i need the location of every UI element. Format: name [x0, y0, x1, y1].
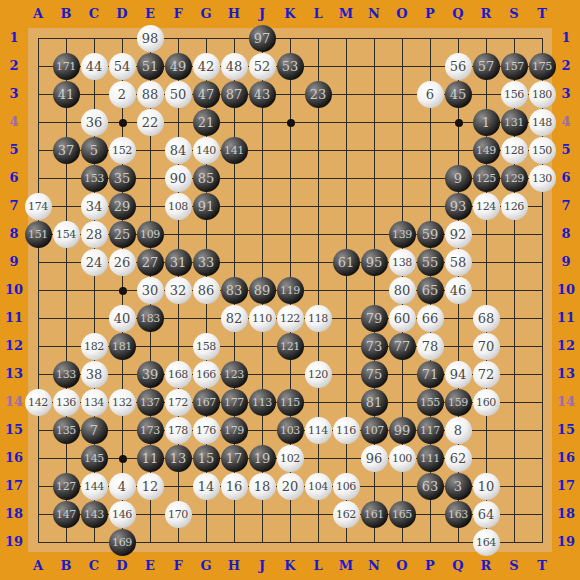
go-game-diagram: AABBCCDDEEFFGGHHJJKKLLMMNNOOPPQQRRSSTT11…	[0, 0, 580, 580]
move-number: 181	[112, 340, 132, 353]
row-label: 4	[2, 114, 26, 130]
move-number: 58	[450, 255, 467, 270]
row-label: 9	[554, 254, 578, 270]
white-stone: 62	[445, 445, 472, 472]
black-stone: 79	[361, 305, 388, 332]
white-stone: 60	[389, 305, 416, 332]
black-stone: 115	[277, 389, 304, 416]
row-label: 17	[554, 478, 578, 494]
move-number: 13	[170, 451, 187, 466]
black-stone: 169	[109, 529, 136, 556]
column-label: N	[362, 558, 386, 574]
move-number: 166	[196, 368, 216, 381]
move-number: 63	[422, 479, 439, 494]
black-stone: 125	[473, 165, 500, 192]
black-stone: 51	[137, 53, 164, 80]
row-label: 8	[554, 226, 578, 242]
black-stone: 167	[193, 389, 220, 416]
black-stone: 33	[193, 249, 220, 276]
move-number: 82	[226, 311, 243, 326]
move-number: 97	[254, 31, 271, 46]
move-number: 65	[422, 283, 439, 298]
move-number: 118	[308, 312, 328, 325]
column-label: A	[26, 558, 50, 574]
move-number: 131	[504, 116, 524, 129]
move-number: 159	[448, 396, 468, 409]
black-stone: 35	[109, 165, 136, 192]
row-label: 15	[554, 422, 578, 438]
row-label: 1	[554, 30, 578, 46]
white-stone: 162	[333, 501, 360, 528]
column-label: D	[110, 6, 134, 22]
move-number: 15	[198, 451, 215, 466]
black-stone: 43	[249, 81, 276, 108]
black-stone: 99	[389, 417, 416, 444]
move-number: 16	[226, 479, 243, 494]
white-stone: 138	[389, 249, 416, 276]
move-number: 114	[308, 424, 328, 437]
row-label: 2	[2, 58, 26, 74]
white-stone: 82	[221, 305, 248, 332]
move-number: 26	[114, 255, 131, 270]
white-stone: 26	[109, 249, 136, 276]
grid-line-vertical	[318, 38, 319, 543]
white-stone: 70	[473, 333, 500, 360]
row-label: 10	[554, 282, 578, 298]
black-stone: 61	[333, 249, 360, 276]
row-label: 11	[554, 310, 578, 326]
white-stone: 132	[109, 389, 136, 416]
move-number: 51	[142, 59, 159, 74]
black-stone: 181	[109, 333, 136, 360]
move-number: 156	[504, 88, 524, 101]
move-number: 122	[280, 312, 300, 325]
white-stone: 38	[81, 361, 108, 388]
black-stone: 71	[417, 361, 444, 388]
move-number: 87	[226, 87, 243, 102]
row-label: 18	[554, 506, 578, 522]
black-stone: 87	[221, 81, 248, 108]
move-number: 182	[84, 340, 104, 353]
move-number: 30	[142, 283, 159, 298]
move-number: 75	[366, 367, 383, 382]
move-number: 164	[476, 536, 496, 549]
move-number: 3	[454, 479, 462, 494]
black-stone: 7	[81, 417, 108, 444]
move-number: 179	[224, 424, 244, 437]
white-stone: 16	[221, 473, 248, 500]
white-stone: 88	[137, 81, 164, 108]
black-stone: 81	[361, 389, 388, 416]
move-number: 79	[366, 311, 383, 326]
white-stone: 80	[389, 277, 416, 304]
white-stone: 64	[473, 501, 500, 528]
white-stone: 100	[389, 445, 416, 472]
column-label: J	[250, 6, 274, 22]
move-number: 47	[198, 87, 215, 102]
move-number: 46	[450, 283, 467, 298]
move-number: 64	[478, 507, 495, 522]
move-number: 153	[84, 172, 104, 185]
move-number: 77	[394, 339, 411, 354]
move-number: 38	[86, 367, 103, 382]
move-number: 28	[86, 227, 103, 242]
move-number: 7	[90, 423, 98, 438]
move-number: 23	[310, 87, 327, 102]
black-stone: 97	[249, 25, 276, 52]
row-label: 19	[2, 534, 26, 550]
move-number: 108	[168, 200, 188, 213]
move-number: 126	[504, 200, 524, 213]
white-stone: 22	[137, 109, 164, 136]
row-label: 12	[2, 338, 26, 354]
move-number: 92	[450, 227, 467, 242]
black-stone: 135	[53, 417, 80, 444]
move-number: 174	[28, 200, 48, 213]
move-number: 165	[392, 508, 412, 521]
row-label: 19	[554, 534, 578, 550]
move-number: 80	[394, 283, 411, 298]
move-number: 99	[394, 423, 411, 438]
move-number: 98	[142, 31, 159, 46]
star-point	[119, 287, 127, 295]
black-stone: 23	[305, 81, 332, 108]
move-number: 89	[254, 283, 271, 298]
black-stone: 131	[501, 109, 528, 136]
move-number: 107	[364, 424, 384, 437]
column-label: M	[334, 6, 358, 22]
white-stone: 134	[81, 389, 108, 416]
move-number: 12	[142, 479, 159, 494]
move-number: 50	[170, 87, 187, 102]
move-number: 157	[504, 60, 524, 73]
black-stone: 107	[361, 417, 388, 444]
move-number: 124	[476, 200, 496, 213]
white-stone: 120	[305, 361, 332, 388]
white-stone: 156	[501, 81, 528, 108]
white-stone: 54	[109, 53, 136, 80]
row-label: 3	[554, 86, 578, 102]
white-stone: 140	[193, 137, 220, 164]
move-number: 162	[336, 508, 356, 521]
black-stone: 75	[361, 361, 388, 388]
move-number: 2	[118, 87, 126, 102]
black-stone: 143	[81, 501, 108, 528]
move-number: 90	[170, 171, 187, 186]
black-stone: 17	[221, 445, 248, 472]
column-label: C	[82, 558, 106, 574]
black-stone: 85	[193, 165, 220, 192]
white-stone: 2	[109, 81, 136, 108]
move-number: 138	[392, 256, 412, 269]
move-number: 83	[226, 283, 243, 298]
move-number: 169	[112, 536, 132, 549]
row-label: 14	[554, 394, 578, 410]
move-number: 55	[422, 255, 439, 270]
move-number: 22	[142, 115, 159, 130]
move-number: 109	[140, 228, 160, 241]
move-number: 48	[226, 59, 243, 74]
white-stone: 118	[305, 305, 332, 332]
black-stone: 111	[417, 445, 444, 472]
column-label: G	[194, 558, 218, 574]
column-label: K	[278, 6, 302, 22]
move-number: 125	[476, 172, 496, 185]
white-stone: 84	[165, 137, 192, 164]
move-number: 136	[56, 396, 76, 409]
move-number: 146	[112, 508, 132, 521]
black-stone: 123	[221, 361, 248, 388]
move-number: 72	[478, 367, 495, 382]
white-stone: 108	[165, 193, 192, 220]
move-number: 10	[478, 479, 495, 494]
column-label: K	[278, 558, 302, 574]
white-stone: 142	[25, 389, 52, 416]
white-stone: 66	[417, 305, 444, 332]
column-label: T	[530, 6, 554, 22]
black-stone: 47	[193, 81, 220, 108]
star-point	[119, 455, 127, 463]
black-stone: 45	[445, 81, 472, 108]
white-stone: 166	[193, 361, 220, 388]
black-stone: 139	[389, 221, 416, 248]
move-number: 171	[56, 60, 76, 73]
white-stone: 28	[81, 221, 108, 248]
move-number: 68	[478, 311, 495, 326]
black-stone: 11	[137, 445, 164, 472]
black-stone: 89	[249, 277, 276, 304]
white-stone: 130	[529, 165, 556, 192]
move-number: 5	[90, 143, 98, 158]
white-stone: 104	[305, 473, 332, 500]
move-number: 154	[56, 228, 76, 241]
column-label: P	[418, 558, 442, 574]
move-number: 86	[198, 283, 215, 298]
column-label: T	[530, 558, 554, 574]
black-stone: 95	[361, 249, 388, 276]
black-stone: 113	[249, 389, 276, 416]
move-number: 180	[532, 88, 552, 101]
black-stone: 133	[53, 361, 80, 388]
white-stone: 154	[53, 221, 80, 248]
column-label: C	[82, 6, 106, 22]
white-stone: 136	[53, 389, 80, 416]
white-stone: 106	[333, 473, 360, 500]
move-number: 121	[280, 340, 300, 353]
column-label: R	[474, 558, 498, 574]
column-label: S	[502, 558, 526, 574]
row-label: 16	[554, 450, 578, 466]
move-number: 149	[476, 144, 496, 157]
black-stone: 175	[529, 53, 556, 80]
move-number: 177	[224, 396, 244, 409]
move-number: 54	[114, 59, 131, 74]
row-label: 11	[2, 310, 26, 326]
column-label: F	[166, 6, 190, 22]
move-number: 61	[338, 255, 355, 270]
black-stone: 29	[109, 193, 136, 220]
move-number: 100	[392, 452, 412, 465]
move-number: 173	[140, 424, 160, 437]
row-label: 7	[2, 198, 26, 214]
move-number: 8	[454, 423, 462, 438]
black-stone: 155	[417, 389, 444, 416]
column-label: L	[306, 6, 330, 22]
black-stone: 13	[165, 445, 192, 472]
white-stone: 176	[193, 417, 220, 444]
move-number: 141	[224, 144, 244, 157]
row-label: 14	[2, 394, 26, 410]
black-stone: 15	[193, 445, 220, 472]
column-label: E	[138, 6, 162, 22]
move-number: 57	[478, 59, 495, 74]
move-number: 27	[142, 255, 159, 270]
column-label: O	[390, 6, 414, 22]
white-stone: 178	[165, 417, 192, 444]
move-number: 123	[224, 368, 244, 381]
move-number: 158	[196, 340, 216, 353]
white-stone: 14	[193, 473, 220, 500]
black-stone: 55	[417, 249, 444, 276]
black-stone: 163	[445, 501, 472, 528]
move-number: 81	[366, 395, 383, 410]
black-stone: 161	[361, 501, 388, 528]
white-stone: 126	[501, 193, 528, 220]
move-number: 19	[254, 451, 271, 466]
white-stone: 114	[305, 417, 332, 444]
white-stone: 94	[445, 361, 472, 388]
column-label: Q	[446, 558, 470, 574]
black-stone: 65	[417, 277, 444, 304]
white-stone: 6	[417, 81, 444, 108]
move-number: 78	[422, 339, 439, 354]
move-number: 168	[168, 368, 188, 381]
column-label: M	[334, 558, 358, 574]
white-stone: 96	[361, 445, 388, 472]
black-stone: 121	[277, 333, 304, 360]
white-stone: 92	[445, 221, 472, 248]
column-label: R	[474, 6, 498, 22]
white-stone: 24	[81, 249, 108, 276]
black-stone: 109	[137, 221, 164, 248]
move-number: 31	[170, 255, 187, 270]
move-number: 1	[482, 115, 490, 130]
row-label: 8	[2, 226, 26, 242]
move-number: 134	[84, 396, 104, 409]
move-number: 119	[280, 284, 300, 297]
move-number: 103	[280, 424, 300, 437]
white-stone: 110	[249, 305, 276, 332]
black-stone: 27	[137, 249, 164, 276]
column-label: H	[222, 558, 246, 574]
column-label: B	[54, 6, 78, 22]
move-number: 115	[280, 396, 300, 409]
move-number: 178	[168, 424, 188, 437]
move-number: 42	[198, 59, 215, 74]
move-number: 163	[448, 508, 468, 521]
move-number: 102	[280, 452, 300, 465]
white-stone: 20	[277, 473, 304, 500]
row-label: 5	[554, 142, 578, 158]
star-point	[287, 119, 295, 127]
move-number: 96	[366, 451, 383, 466]
move-number: 34	[86, 199, 103, 214]
move-number: 32	[170, 283, 187, 298]
move-number: 40	[114, 311, 131, 326]
white-stone: 158	[193, 333, 220, 360]
move-number: 18	[254, 479, 271, 494]
move-number: 70	[478, 339, 495, 354]
column-label: A	[26, 6, 50, 22]
white-stone: 86	[193, 277, 220, 304]
white-stone: 4	[109, 473, 136, 500]
column-label: L	[306, 558, 330, 574]
black-stone: 53	[277, 53, 304, 80]
move-number: 9	[454, 171, 462, 186]
move-number: 91	[198, 199, 215, 214]
column-label: D	[110, 558, 134, 574]
black-stone: 103	[277, 417, 304, 444]
row-label: 18	[2, 506, 26, 522]
white-stone: 72	[473, 361, 500, 388]
black-stone: 3	[445, 473, 472, 500]
white-stone: 168	[165, 361, 192, 388]
move-number: 60	[394, 311, 411, 326]
white-stone: 116	[333, 417, 360, 444]
white-stone: 30	[137, 277, 164, 304]
star-point	[455, 119, 463, 127]
black-stone: 177	[221, 389, 248, 416]
white-stone: 10	[473, 473, 500, 500]
move-number: 129	[504, 172, 524, 185]
row-label: 15	[2, 422, 26, 438]
white-stone: 40	[109, 305, 136, 332]
column-label: F	[166, 558, 190, 574]
move-number: 24	[86, 255, 103, 270]
move-number: 104	[308, 480, 328, 493]
row-label: 13	[554, 366, 578, 382]
move-number: 144	[84, 480, 104, 493]
move-number: 88	[142, 87, 159, 102]
black-stone: 129	[501, 165, 528, 192]
black-stone: 21	[193, 109, 220, 136]
white-stone: 36	[81, 109, 108, 136]
move-number: 14	[198, 479, 215, 494]
move-number: 167	[196, 396, 216, 409]
white-stone: 128	[501, 137, 528, 164]
move-number: 59	[422, 227, 439, 242]
black-stone: 165	[389, 501, 416, 528]
black-stone: 31	[165, 249, 192, 276]
move-number: 73	[366, 339, 383, 354]
move-number: 137	[140, 396, 160, 409]
column-label: E	[138, 558, 162, 574]
move-number: 176	[196, 424, 216, 437]
black-stone: 173	[137, 417, 164, 444]
black-stone: 9	[445, 165, 472, 192]
row-label: 1	[2, 30, 26, 46]
white-stone: 68	[473, 305, 500, 332]
white-stone: 174	[25, 193, 52, 220]
move-number: 183	[140, 312, 160, 325]
move-number: 113	[252, 396, 272, 409]
black-stone: 153	[81, 165, 108, 192]
move-number: 161	[364, 508, 384, 521]
row-label: 5	[2, 142, 26, 158]
row-label: 6	[2, 170, 26, 186]
row-label: 3	[2, 86, 26, 102]
column-label: P	[418, 6, 442, 22]
